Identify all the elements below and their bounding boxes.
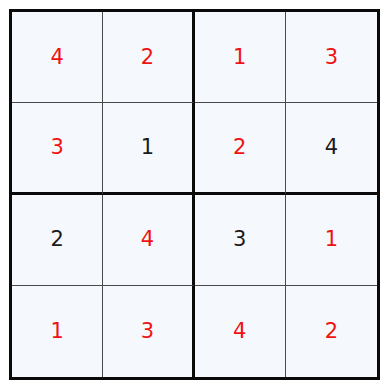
cell-r1c1[interactable]: 4: [12, 12, 103, 103]
cell-value-given: 4: [325, 137, 338, 158]
cell-r2c3[interactable]: 2: [195, 103, 286, 194]
cell-value-solved: 4: [50, 47, 63, 68]
cell-value-given: 1: [141, 137, 154, 158]
cell-value-solved: 3: [50, 137, 63, 158]
cell-value-solved: 4: [233, 321, 246, 342]
cell-value-solved: 2: [141, 47, 154, 68]
cell-value-solved: 1: [50, 321, 63, 342]
cell-r2c2[interactable]: 1: [103, 103, 194, 194]
cell-r1c2[interactable]: 2: [103, 12, 194, 103]
cell-value-solved: 3: [325, 47, 338, 68]
cell-r2c4[interactable]: 4: [286, 103, 377, 194]
cell-r4c2[interactable]: 3: [103, 286, 194, 377]
cell-value-solved: 3: [141, 321, 154, 342]
cell-r3c4[interactable]: 1: [286, 195, 377, 286]
cell-value-solved: 1: [233, 47, 246, 68]
cell-r1c4[interactable]: 3: [286, 12, 377, 103]
cell-value-solved: 4: [141, 229, 154, 250]
cell-r3c2[interactable]: 4: [103, 195, 194, 286]
cell-r4c1[interactable]: 1: [12, 286, 103, 377]
cell-value-solved: 2: [233, 137, 246, 158]
cell-value-solved: 2: [325, 321, 338, 342]
cell-value-solved: 1: [325, 229, 338, 250]
cell-r2c1[interactable]: 3: [12, 103, 103, 194]
cell-value-given: 3: [233, 229, 246, 250]
cell-r3c3[interactable]: 3: [195, 195, 286, 286]
cell-r4c3[interactable]: 4: [195, 286, 286, 377]
cell-r3c1[interactable]: 2: [12, 195, 103, 286]
cell-r1c3[interactable]: 1: [195, 12, 286, 103]
sudoku-grid: 4213312424311342: [9, 9, 380, 380]
cell-value-given: 2: [50, 229, 63, 250]
cell-r4c4[interactable]: 2: [286, 286, 377, 377]
